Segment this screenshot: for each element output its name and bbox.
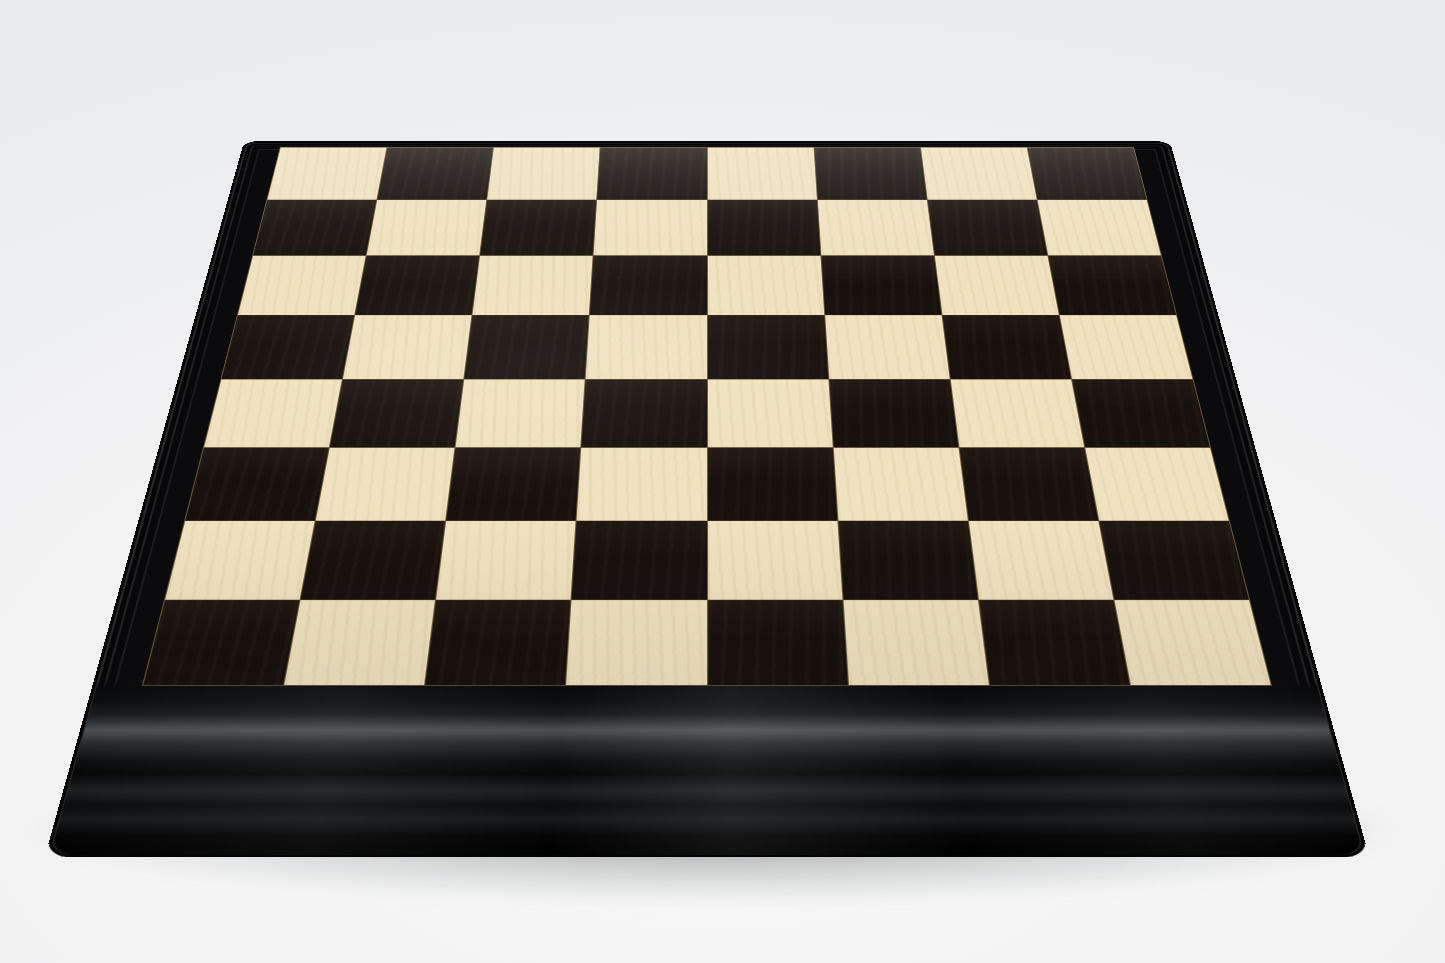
- square-e5: [707, 316, 828, 379]
- square-c5: [465, 316, 590, 379]
- square-g2: [969, 521, 1114, 599]
- square-d4: [582, 379, 707, 447]
- square-f5: [825, 316, 950, 379]
- square-a1: [143, 600, 299, 685]
- square-f1: [843, 600, 988, 685]
- square-g5: [942, 316, 1071, 379]
- square-c6: [473, 256, 593, 315]
- square-e3: [708, 448, 838, 521]
- square-h1: [1114, 600, 1270, 685]
- square-c7: [480, 200, 596, 255]
- square-d3: [577, 448, 707, 521]
- square-b4: [330, 379, 464, 447]
- square-f3: [833, 448, 967, 521]
- square-g8: [921, 148, 1037, 200]
- square-g4: [950, 379, 1084, 447]
- board-squares-grid: [142, 147, 1272, 686]
- square-a7: [253, 200, 376, 255]
- board-molding-apron: [50, 681, 1364, 855]
- square-f8: [814, 148, 926, 200]
- square-b2: [301, 521, 446, 599]
- square-a8: [267, 148, 386, 200]
- square-f4: [829, 379, 958, 447]
- square-e6: [707, 256, 823, 315]
- chess-board: [45, 141, 1370, 857]
- square-a4: [204, 379, 342, 447]
- square-h8: [1027, 148, 1146, 200]
- studio-background: [0, 0, 1445, 963]
- square-d2: [572, 521, 707, 599]
- square-f6: [821, 256, 941, 315]
- square-a6: [238, 256, 366, 315]
- square-a5: [222, 316, 355, 379]
- square-e4: [707, 379, 832, 447]
- square-d8: [597, 148, 706, 200]
- square-b7: [367, 200, 487, 255]
- square-c3: [446, 448, 580, 521]
- square-d5: [586, 316, 707, 379]
- square-h2: [1099, 521, 1249, 599]
- square-b8: [377, 148, 493, 200]
- square-b1: [284, 600, 435, 685]
- square-e1: [708, 600, 848, 685]
- square-g3: [959, 448, 1098, 521]
- square-e8: [707, 148, 816, 200]
- square-g6: [935, 256, 1059, 315]
- square-f2: [838, 521, 978, 599]
- square-a3: [185, 448, 328, 521]
- square-f7: [817, 200, 933, 255]
- square-b5: [343, 316, 472, 379]
- square-g1: [979, 600, 1130, 685]
- square-h3: [1085, 448, 1228, 521]
- square-d7: [594, 200, 707, 255]
- square-h6: [1048, 256, 1176, 315]
- square-c4: [456, 379, 585, 447]
- square-e7: [707, 200, 820, 255]
- square-h5: [1060, 316, 1193, 379]
- square-d6: [590, 256, 706, 315]
- square-a2: [165, 521, 315, 599]
- square-g7: [928, 200, 1048, 255]
- square-c8: [487, 148, 599, 200]
- square-c1: [425, 600, 570, 685]
- square-d1: [567, 600, 707, 685]
- square-h7: [1038, 200, 1161, 255]
- square-e2: [708, 521, 843, 599]
- square-b3: [316, 448, 455, 521]
- square-b6: [355, 256, 479, 315]
- square-h4: [1072, 379, 1210, 447]
- square-c2: [436, 521, 576, 599]
